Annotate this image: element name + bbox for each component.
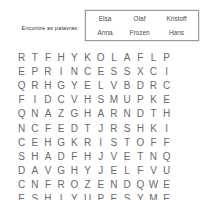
- grid-cell[interactable]: H: [41, 135, 54, 149]
- grid-cell[interactable]: N: [121, 107, 134, 121]
- grid-cell[interactable]: F: [68, 149, 81, 163]
- grid-cell[interactable]: I: [28, 93, 41, 107]
- grid-cell[interactable]: H: [41, 78, 54, 92]
- grid-cell[interactable]: W: [147, 178, 160, 192]
- grid-cell[interactable]: C: [28, 121, 41, 135]
- grid-cell[interactable]: K: [147, 93, 160, 107]
- grid-cell[interactable]: O: [94, 50, 107, 64]
- grid-cell[interactable]: G: [68, 107, 81, 121]
- grid-cell[interactable]: Y: [81, 164, 94, 178]
- grid-cell[interactable]: C: [55, 93, 68, 107]
- grid-cell[interactable]: A: [41, 149, 54, 163]
- word-search-grid: RTFHYKOLAFLPEPRINCESSXCIQRHGYELVBDRCFIDC…: [15, 50, 173, 200]
- grid-cell[interactable]: J: [94, 149, 107, 163]
- grid-cell[interactable]: Q: [160, 149, 173, 163]
- grid-cell[interactable]: T: [147, 107, 160, 121]
- instructions-label: Encontre as palavras:: [4, 25, 79, 31]
- grid-cell[interactable]: E: [160, 178, 173, 192]
- grid-cell[interactable]: U: [121, 93, 134, 107]
- grid-cell[interactable]: V: [147, 164, 160, 178]
- grid-cell[interactable]: E: [107, 164, 120, 178]
- grid-cell[interactable]: L: [121, 164, 134, 178]
- grid-cell[interactable]: O: [134, 135, 147, 149]
- grid-cell[interactable]: S: [121, 192, 134, 200]
- grid-cell[interactable]: T: [121, 135, 134, 149]
- grid-cell[interactable]: E: [81, 78, 94, 92]
- grid-cell[interactable]: P: [160, 50, 173, 64]
- grid-cell[interactable]: G: [55, 164, 68, 178]
- grid-cell[interactable]: Q: [15, 78, 28, 92]
- grid-cell[interactable]: I: [55, 64, 68, 78]
- grid-cell[interactable]: F: [41, 178, 54, 192]
- grid-cell[interactable]: J: [94, 121, 107, 135]
- grid-cell[interactable]: H: [81, 93, 94, 107]
- word-list-item: Olaf: [134, 15, 146, 22]
- grid-cell[interactable]: V: [107, 149, 120, 163]
- grid-cell[interactable]: H: [28, 149, 41, 163]
- grid-cell[interactable]: R: [55, 178, 68, 192]
- grid-cell[interactable]: R: [107, 107, 120, 121]
- grid-cell[interactable]: R: [15, 50, 28, 64]
- grid-cell[interactable]: F: [41, 121, 54, 135]
- grid-cell[interactable]: S: [121, 64, 134, 78]
- grid-cell[interactable]: Q: [15, 107, 28, 121]
- grid-cell[interactable]: N: [147, 149, 160, 163]
- grid-cell[interactable]: F: [134, 164, 147, 178]
- grid-cell[interactable]: P: [28, 64, 41, 78]
- grid-cell[interactable]: F: [41, 50, 54, 64]
- grid-cell[interactable]: D: [68, 121, 81, 135]
- grid-cell[interactable]: A: [28, 164, 41, 178]
- grid-cell[interactable]: N: [107, 178, 120, 192]
- grid-cell[interactable]: C: [147, 64, 160, 78]
- grid-cell[interactable]: H: [81, 107, 94, 121]
- grid-cell[interactable]: E: [160, 93, 173, 107]
- grid-cell[interactable]: A: [94, 107, 107, 121]
- grid-cell[interactable]: E: [15, 192, 28, 200]
- grid-cell[interactable]: F: [15, 93, 28, 107]
- grid-cell[interactable]: V: [107, 78, 120, 92]
- grid-cell[interactable]: R: [41, 64, 54, 78]
- grid-cell[interactable]: C: [81, 64, 94, 78]
- grid-cell[interactable]: L: [94, 78, 107, 92]
- grid-cell[interactable]: V: [68, 93, 81, 107]
- grid-cell[interactable]: R: [28, 78, 41, 92]
- grid-cell[interactable]: L: [107, 50, 120, 64]
- grid-cell[interactable]: K: [147, 121, 160, 135]
- grid-cell[interactable]: G: [55, 78, 68, 92]
- grid-cell[interactable]: X: [134, 64, 147, 78]
- grid-cell[interactable]: H: [68, 164, 81, 178]
- word-list-item: Anna: [97, 29, 112, 36]
- grid-cell[interactable]: D: [121, 178, 134, 192]
- grid-cell[interactable]: I: [160, 64, 173, 78]
- grid-cell[interactable]: J: [94, 164, 107, 178]
- word-list-item: Frozen: [129, 29, 149, 36]
- grid-cell[interactable]: E: [28, 135, 41, 149]
- grid-cell[interactable]: H: [55, 50, 68, 64]
- grid-cell[interactable]: D: [134, 78, 147, 92]
- grid-cell[interactable]: N: [15, 121, 28, 135]
- grid-cell[interactable]: V: [41, 164, 54, 178]
- grid-cell[interactable]: K: [81, 50, 94, 64]
- grid-cell[interactable]: T: [134, 149, 147, 163]
- grid-cell[interactable]: E: [160, 192, 173, 200]
- grid-cell[interactable]: D: [41, 93, 54, 107]
- grid-cell[interactable]: S: [15, 149, 28, 163]
- grid-cell[interactable]: R: [81, 135, 94, 149]
- grid-cell[interactable]: Y: [134, 192, 147, 200]
- grid-cell[interactable]: S: [107, 135, 120, 149]
- grid-cell[interactable]: D: [55, 149, 68, 163]
- word-list-box: ElsaOlafKristoffAnnaFrozenHans: [85, 10, 199, 41]
- grid-cell[interactable]: S: [94, 93, 107, 107]
- grid-cell[interactable]: Z: [81, 178, 94, 192]
- grid-cell[interactable]: I: [55, 192, 68, 200]
- grid-cell[interactable]: Y: [68, 192, 81, 200]
- grid-cell[interactable]: Q: [134, 178, 147, 192]
- grid-cell[interactable]: F: [160, 135, 173, 149]
- grid-cell[interactable]: T: [81, 121, 94, 135]
- grid-cell[interactable]: G: [55, 135, 68, 149]
- grid-cell[interactable]: O: [68, 178, 81, 192]
- grid-cell[interactable]: A: [41, 107, 54, 121]
- grid-cell[interactable]: H: [81, 149, 94, 163]
- grid-cell[interactable]: Y: [68, 78, 81, 92]
- grid-cell[interactable]: P: [94, 192, 107, 200]
- grid-cell[interactable]: B: [121, 78, 134, 92]
- grid-cell[interactable]: E: [94, 64, 107, 78]
- grid-cell[interactable]: S: [121, 121, 134, 135]
- grid-cell[interactable]: N: [68, 64, 81, 78]
- grid-cell[interactable]: C: [15, 135, 28, 149]
- grid-cell[interactable]: N: [28, 178, 41, 192]
- grid-cell[interactable]: R: [147, 78, 160, 92]
- grid-cell[interactable]: E: [107, 192, 120, 200]
- grid-cell[interactable]: M: [147, 192, 160, 200]
- grid-cell[interactable]: F: [134, 50, 147, 64]
- grid-cell[interactable]: D: [134, 107, 147, 121]
- grid-cell[interactable]: E: [94, 178, 107, 192]
- word-list-item: Elsa: [99, 15, 112, 22]
- word-list-item: Hans: [169, 29, 184, 36]
- grid-cell[interactable]: T: [28, 50, 41, 64]
- grid-cell[interactable]: Y: [68, 50, 81, 64]
- grid-cell[interactable]: E: [55, 121, 68, 135]
- grid-cell[interactable]: C: [160, 78, 173, 92]
- grid-cell[interactable]: A: [121, 50, 134, 64]
- grid-cell[interactable]: H: [41, 192, 54, 200]
- grid-cell[interactable]: I: [94, 135, 107, 149]
- grid-cell[interactable]: H: [134, 121, 147, 135]
- grid-cell[interactable]: U: [160, 164, 173, 178]
- grid-cell[interactable]: M: [107, 93, 120, 107]
- grid-cell[interactable]: H: [160, 107, 173, 121]
- grid-cell[interactable]: L: [147, 50, 160, 64]
- grid-cell[interactable]: N: [28, 107, 41, 121]
- grid-cell[interactable]: S: [28, 192, 41, 200]
- grid-cell[interactable]: Z: [55, 107, 68, 121]
- grid-cell[interactable]: U: [81, 192, 94, 200]
- grid-cell[interactable]: K: [68, 135, 81, 149]
- grid-cell[interactable]: F: [147, 135, 160, 149]
- grid-cell[interactable]: E: [15, 64, 28, 78]
- word-list-item: Kristoff: [166, 15, 186, 22]
- grid-cell[interactable]: S: [107, 64, 120, 78]
- grid-cell[interactable]: R: [107, 121, 120, 135]
- grid-cell[interactable]: C: [15, 178, 28, 192]
- grid-cell[interactable]: D: [15, 164, 28, 178]
- grid-cell[interactable]: E: [121, 149, 134, 163]
- grid-cell[interactable]: I: [160, 121, 173, 135]
- grid-cell[interactable]: P: [134, 93, 147, 107]
